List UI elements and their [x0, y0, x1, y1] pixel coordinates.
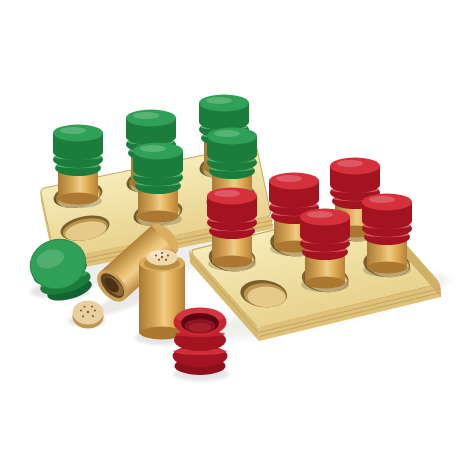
loose-perforated-cap [73, 301, 104, 329]
loose-red-lid [173, 308, 228, 376]
scene-photo [0, 0, 458, 458]
smelling-bottle-green-front-middle [133, 143, 183, 227]
smelling-bottle-red-front-middle [300, 209, 350, 293]
photo-stage [0, 0, 458, 458]
smelling-bottle-red-front-right [362, 194, 412, 278]
smelling-bottle-green-back-left [53, 125, 103, 209]
smelling-bottle-red-back-left [207, 188, 257, 272]
